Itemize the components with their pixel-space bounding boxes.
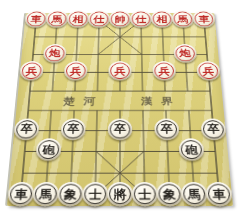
piece-red-chariot[interactable]: 車 [192, 10, 215, 27]
piece-glyph: 車 [194, 12, 214, 27]
piece-glyph: 士 [84, 184, 106, 204]
piece-glyph: 馬 [183, 184, 206, 204]
piece-glyph: 車 [207, 184, 231, 204]
xiangqi-board: 楚河 漢界 車馬相仕帥仕相馬車炮炮兵兵兵兵兵卒卒卒卒卒砲砲車馬象士將士象馬車 [7, 13, 233, 206]
piece-glyph: 炮 [45, 45, 65, 61]
piece-glyph: 卒 [156, 120, 177, 138]
photo-scene: 楚河 漢界 車馬相仕帥仕相馬車炮炮兵兵兵兵兵卒卒卒卒卒砲砲車馬象士將士象馬車 [0, 0, 240, 217]
piece-red-soldier[interactable]: 兵 [152, 62, 176, 81]
piece-red-cannon[interactable]: 炮 [173, 44, 197, 63]
board-grid-lines [7, 13, 233, 206]
piece-glyph: 卒 [202, 120, 224, 138]
piece-glyph: 兵 [110, 63, 130, 79]
piece-glyph: 馬 [173, 12, 192, 27]
piece-red-elephant[interactable]: 相 [151, 10, 174, 27]
piece-red-general[interactable]: 帥 [109, 10, 131, 27]
piece-glyph: 仕 [90, 12, 109, 27]
piece-glyph: 馬 [47, 12, 66, 27]
board-perspective-wrapper: 楚河 漢界 車馬相仕帥仕相馬車炮炮兵兵兵兵兵卒卒卒卒卒砲砲車馬象士將士象馬車 [7, 13, 233, 206]
piece-glyph: 象 [59, 184, 82, 204]
piece-black-soldier[interactable]: 卒 [108, 118, 133, 139]
piece-glyph: 相 [152, 12, 171, 27]
piece-glyph: 車 [26, 12, 46, 27]
piece-glyph: 相 [68, 12, 87, 27]
piece-glyph: 兵 [66, 63, 86, 79]
piece-glyph: 兵 [21, 63, 42, 79]
piece-glyph: 象 [158, 184, 181, 204]
piece-black-elephant[interactable]: 象 [156, 182, 183, 206]
piece-black-general[interactable]: 將 [107, 182, 133, 206]
piece-glyph: 炮 [175, 45, 195, 61]
piece-red-soldier[interactable]: 兵 [108, 62, 131, 81]
piece-glyph: 車 [9, 184, 33, 204]
piece-glyph: 卒 [15, 120, 37, 138]
piece-red-soldier[interactable]: 兵 [196, 62, 221, 81]
piece-black-soldier[interactable]: 卒 [154, 118, 179, 139]
piece-glyph: 仕 [132, 12, 151, 27]
piece-red-advisor[interactable]: 仕 [88, 10, 110, 27]
piece-glyph: 帥 [111, 12, 130, 27]
river-text-left: 楚河 [63, 94, 103, 107]
piece-glyph: 馬 [34, 184, 57, 204]
piece-red-horse[interactable]: 馬 [172, 10, 195, 27]
piece-glyph: 兵 [154, 63, 174, 79]
piece-glyph: 士 [134, 184, 156, 204]
piece-glyph: 卒 [63, 120, 84, 138]
piece-glyph: 砲 [37, 141, 59, 160]
piece-black-advisor[interactable]: 士 [132, 182, 158, 206]
river-text-right: 漢界 [141, 94, 182, 107]
piece-glyph: 兵 [198, 63, 219, 79]
piece-red-advisor[interactable]: 仕 [130, 10, 152, 27]
piece-glyph: 將 [109, 184, 131, 204]
piece-glyph: 卒 [110, 120, 131, 138]
piece-glyph: 砲 [180, 141, 202, 160]
piece-black-cannon[interactable]: 砲 [178, 139, 204, 161]
